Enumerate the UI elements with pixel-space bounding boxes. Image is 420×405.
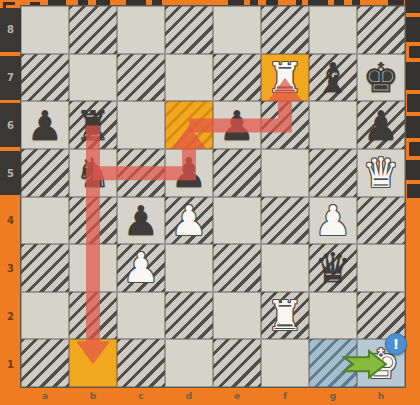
square-c6[interactable] [117,101,165,149]
square-a3[interactable] [21,244,69,292]
frame-decoration [409,46,420,58]
square-f2[interactable]: ♜ [261,292,309,340]
white-pawn[interactable]: ♟ [171,201,208,242]
square-a4[interactable] [21,197,69,245]
square-d2[interactable] [165,292,213,340]
square-f1[interactable] [261,339,309,387]
square-b2[interactable] [69,292,117,340]
white-rook[interactable]: ♜ [267,296,304,337]
black-king[interactable]: ♚ [363,58,400,99]
square-f4[interactable] [261,197,309,245]
square-h6[interactable]: ♟ [357,101,405,149]
square-a2[interactable] [21,292,69,340]
rank-label-8: 8 [0,8,21,52]
square-g8[interactable] [309,6,357,54]
square-b4[interactable] [69,197,117,245]
square-f7[interactable]: ♜ [261,54,309,102]
square-d6[interactable] [165,101,213,149]
file-label-f: f [275,389,295,403]
square-b1[interactable] [69,339,117,387]
square-f5[interactable] [261,149,309,197]
black-bishop[interactable]: ♝ [315,58,352,99]
square-f8[interactable] [261,6,309,54]
rank-label-4: 4 [0,199,21,243]
square-e6[interactable]: ♟ [213,101,261,149]
black-pawn[interactable]: ♟ [219,106,256,147]
file-label-a: a [35,389,55,403]
frame-decoration [405,62,420,90]
square-c7[interactable] [117,54,165,102]
square-a6[interactable]: ♟ [21,101,69,149]
square-f6[interactable] [261,101,309,149]
square-c1[interactable] [117,339,165,387]
square-g6[interactable] [309,101,357,149]
black-rook[interactable]: ♜ [75,106,112,147]
white-queen[interactable]: ♛ [363,153,400,194]
square-b5[interactable]: ♞ [69,149,117,197]
square-c5[interactable] [117,149,165,197]
square-e8[interactable] [213,6,261,54]
file-label-c: c [131,389,151,403]
square-g1[interactable] [309,339,357,387]
square-c8[interactable] [117,6,165,54]
black-queen[interactable]: ♛ [315,248,352,289]
file-label-b: b [83,389,103,403]
file-label-h: h [371,389,391,403]
black-pawn[interactable]: ♟ [363,106,400,147]
square-h8[interactable] [357,6,405,54]
square-e1[interactable] [213,339,261,387]
frame-decoration [407,184,420,198]
rank-label-6: 6 [0,103,21,147]
square-h3[interactable] [357,244,405,292]
square-a7[interactable] [21,54,69,102]
white-pawn[interactable]: ♟ [315,201,352,242]
black-knight[interactable]: ♞ [75,153,112,194]
square-e7[interactable] [213,54,261,102]
file-label-d: d [179,389,199,403]
square-h7[interactable]: ♚ [357,54,405,102]
square-c4[interactable]: ♟ [117,197,165,245]
frame-decoration [405,116,420,138]
square-e4[interactable] [213,197,261,245]
frame-decoration [405,17,420,42]
square-g4[interactable]: ♟ [309,197,357,245]
square-g2[interactable] [309,292,357,340]
square-g5[interactable] [309,149,357,197]
rank-label-3: 3 [0,247,21,291]
square-b8[interactable] [69,6,117,54]
square-a5[interactable] [21,149,69,197]
frame-decoration [405,0,420,13]
square-g7[interactable]: ♝ [309,54,357,102]
frame-decoration [405,160,420,180]
board-frame: ♜♝♚♟♜♟♟♞♟♛♟♟♟♟♛♜♚ 87654321abcdefgh ! [0,0,420,405]
board: ♜♝♚♟♜♟♟♞♟♛♟♟♟♟♛♜♚ [20,5,406,388]
square-h4[interactable] [357,197,405,245]
frame-decoration [409,142,420,156]
white-pawn[interactable]: ♟ [123,248,160,289]
square-g3[interactable]: ♛ [309,244,357,292]
square-d8[interactable] [165,6,213,54]
square-d3[interactable] [165,244,213,292]
square-b6[interactable]: ♜ [69,101,117,149]
white-rook[interactable]: ♜ [267,58,304,99]
file-label-e: e [227,389,247,403]
square-a1[interactable] [21,339,69,387]
file-label-g: g [323,389,343,403]
square-h5[interactable]: ♛ [357,149,405,197]
rank-label-7: 7 [0,56,21,100]
square-d7[interactable] [165,54,213,102]
square-b7[interactable] [69,54,117,102]
great-move-badge: ! [385,333,407,355]
black-pawn[interactable]: ♟ [27,106,64,147]
square-f3[interactable] [261,244,309,292]
square-e2[interactable] [213,292,261,340]
frame-decoration [407,94,420,112]
square-a8[interactable] [21,6,69,54]
rank-label-1: 1 [0,342,21,386]
square-d1[interactable] [165,339,213,387]
square-c2[interactable] [117,292,165,340]
black-pawn[interactable]: ♟ [171,153,208,194]
rank-label-5: 5 [0,151,21,195]
square-d5[interactable]: ♟ [165,149,213,197]
square-b3[interactable] [69,244,117,292]
square-d4[interactable]: ♟ [165,197,213,245]
square-e5[interactable] [213,149,261,197]
square-c3[interactable]: ♟ [117,244,165,292]
square-e3[interactable] [213,244,261,292]
rank-label-2: 2 [0,294,21,338]
black-pawn[interactable]: ♟ [123,201,160,242]
